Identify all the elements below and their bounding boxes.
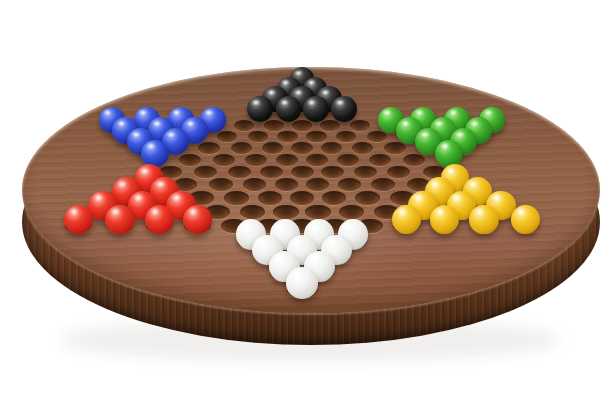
marble-red[interactable] bbox=[105, 205, 135, 235]
marble-yellow[interactable] bbox=[392, 205, 422, 235]
marble-yellow[interactable] bbox=[511, 205, 541, 235]
marble-red[interactable] bbox=[183, 205, 213, 235]
marble-black[interactable] bbox=[331, 96, 357, 122]
marbles-layer bbox=[0, 0, 612, 408]
marble-white[interactable] bbox=[286, 267, 318, 299]
marble-black[interactable] bbox=[276, 96, 302, 122]
marble-yellow[interactable] bbox=[469, 205, 499, 235]
marble-yellow[interactable] bbox=[430, 205, 460, 235]
scene bbox=[0, 0, 612, 408]
marble-red[interactable] bbox=[145, 205, 175, 235]
marble-red[interactable] bbox=[64, 205, 94, 235]
marble-black[interactable] bbox=[247, 96, 273, 122]
marble-black[interactable] bbox=[303, 96, 329, 122]
marble-green[interactable] bbox=[435, 140, 463, 168]
